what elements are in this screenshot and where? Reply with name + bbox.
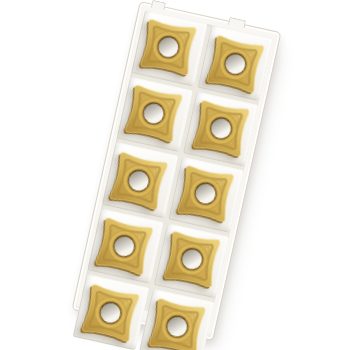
case-latch-tab	[228, 17, 246, 28]
compartment	[153, 223, 229, 299]
product-photo	[0, 0, 350, 350]
insert-graphic	[142, 291, 213, 350]
insert-graphic	[88, 211, 160, 283]
compartment	[87, 208, 163, 284]
compartment	[168, 157, 244, 233]
compartment	[117, 76, 193, 152]
insert-graphic	[118, 78, 190, 150]
carbide-insert	[186, 94, 256, 164]
carbide-insert	[142, 291, 213, 350]
carbide-insert	[118, 78, 190, 150]
compartment	[197, 25, 273, 101]
carbide-insert	[103, 145, 175, 217]
case-latch-tab	[151, 0, 166, 11]
insert-case	[72, 1, 282, 341]
insert-graphic	[157, 225, 227, 295]
carbide-insert	[157, 225, 227, 295]
insert-graphic	[186, 94, 256, 164]
compartment	[102, 142, 178, 218]
compartment-grid	[82, 10, 273, 324]
compartment	[139, 289, 215, 350]
insert-graphic	[74, 277, 146, 349]
insert-graphic	[200, 28, 272, 100]
insert-graphic	[103, 145, 175, 217]
compartment	[73, 274, 149, 350]
insert-graphic	[133, 12, 203, 82]
carbide-insert	[200, 28, 272, 100]
carbide-insert	[74, 277, 146, 349]
insert-graphic	[171, 158, 242, 229]
carbide-insert	[133, 12, 203, 82]
compartment	[131, 10, 207, 86]
carbide-insert	[88, 211, 160, 283]
carbide-insert	[171, 158, 242, 229]
compartment	[183, 91, 259, 167]
